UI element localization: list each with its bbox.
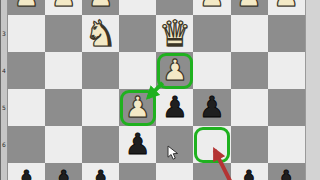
square-h2[interactable]: ♟ — [8, 0, 45, 15]
square-d5[interactable]: ♟ — [156, 89, 193, 126]
white-pawn-g2[interactable]: ♟ — [45, 0, 82, 15]
square-c2[interactable]: ♟ — [193, 0, 230, 15]
square-a2[interactable]: ♟ — [268, 0, 305, 15]
square-f5[interactable] — [82, 89, 119, 126]
board-left-border — [0, 0, 8, 180]
white-pawn-b2[interactable]: ♟ — [231, 0, 268, 15]
square-b3[interactable] — [231, 15, 268, 52]
square-b6[interactable] — [231, 126, 268, 163]
rank-label-5: 5 — [0, 105, 8, 111]
black-pawn-a7[interactable]: ♟ — [268, 163, 305, 180]
square-f3[interactable]: ♞ — [82, 15, 119, 52]
square-g2[interactable]: ♟ — [45, 0, 82, 15]
white-pawn-d4[interactable]: ♟ — [156, 52, 193, 89]
square-g5[interactable] — [45, 89, 82, 126]
square-h4[interactable] — [8, 52, 45, 89]
chess-board-screenshot: ♟♟♟♟♟♟♞♛♟♟♟♟♟♟♟♟♟♟ 3456 — [0, 0, 320, 180]
white-queen-d3[interactable]: ♛ — [156, 15, 193, 52]
square-f6[interactable] — [82, 126, 119, 163]
black-pawn-f7[interactable]: ♟ — [82, 163, 119, 180]
square-d7[interactable] — [156, 163, 193, 180]
board-right-border — [305, 0, 320, 180]
square-h7[interactable]: ♟ — [8, 163, 45, 180]
square-e6[interactable]: ♟ — [119, 126, 156, 163]
square-a6[interactable] — [268, 126, 305, 163]
white-pawn-e5[interactable]: ♟ — [119, 89, 156, 126]
square-d3[interactable]: ♛ — [156, 15, 193, 52]
square-a5[interactable] — [268, 89, 305, 126]
black-pawn-e6[interactable]: ♟ — [119, 126, 156, 163]
square-e3[interactable] — [119, 15, 156, 52]
square-a7[interactable]: ♟ — [268, 163, 305, 180]
square-e2[interactable] — [119, 0, 156, 15]
rank-label-6: 6 — [0, 142, 8, 148]
square-d4[interactable]: ♟ — [156, 52, 193, 89]
square-h6[interactable] — [8, 126, 45, 163]
square-a4[interactable] — [268, 52, 305, 89]
square-b2[interactable]: ♟ — [231, 0, 268, 15]
square-b7[interactable]: ♟ — [231, 163, 268, 180]
square-d6[interactable] — [156, 126, 193, 163]
black-pawn-g7[interactable]: ♟ — [45, 163, 82, 180]
square-f4[interactable] — [82, 52, 119, 89]
white-pawn-a2[interactable]: ♟ — [268, 0, 305, 15]
white-knight-f3[interactable]: ♞ — [82, 15, 119, 52]
square-c6[interactable] — [193, 126, 230, 163]
chess-board: ♟♟♟♟♟♟♞♛♟♟♟♟♟♟♟♟♟♟ — [8, 0, 305, 180]
square-c4[interactable] — [193, 52, 230, 89]
square-c7[interactable] — [193, 163, 230, 180]
highlight-c6 — [194, 127, 230, 163]
white-pawn-c2[interactable]: ♟ — [193, 0, 230, 15]
square-b4[interactable] — [231, 52, 268, 89]
square-c3[interactable] — [193, 15, 230, 52]
square-b5[interactable] — [231, 89, 268, 126]
square-f7[interactable]: ♟ — [82, 163, 119, 180]
square-e4[interactable] — [119, 52, 156, 89]
black-pawn-c5[interactable]: ♟ — [193, 89, 230, 126]
square-g7[interactable]: ♟ — [45, 163, 82, 180]
square-h3[interactable] — [8, 15, 45, 52]
rank-label-4: 4 — [0, 68, 8, 74]
square-g6[interactable] — [45, 126, 82, 163]
black-pawn-h7[interactable]: ♟ — [8, 163, 45, 180]
black-pawn-b7[interactable]: ♟ — [231, 163, 268, 180]
square-g3[interactable] — [45, 15, 82, 52]
white-pawn-h2[interactable]: ♟ — [8, 0, 45, 15]
square-c5[interactable]: ♟ — [193, 89, 230, 126]
black-pawn-d5[interactable]: ♟ — [156, 89, 193, 126]
square-g4[interactable] — [45, 52, 82, 89]
square-h5[interactable] — [8, 89, 45, 126]
square-e5[interactable]: ♟ — [119, 89, 156, 126]
rank-label-3: 3 — [0, 31, 8, 37]
square-e7[interactable] — [119, 163, 156, 180]
square-a3[interactable] — [268, 15, 305, 52]
